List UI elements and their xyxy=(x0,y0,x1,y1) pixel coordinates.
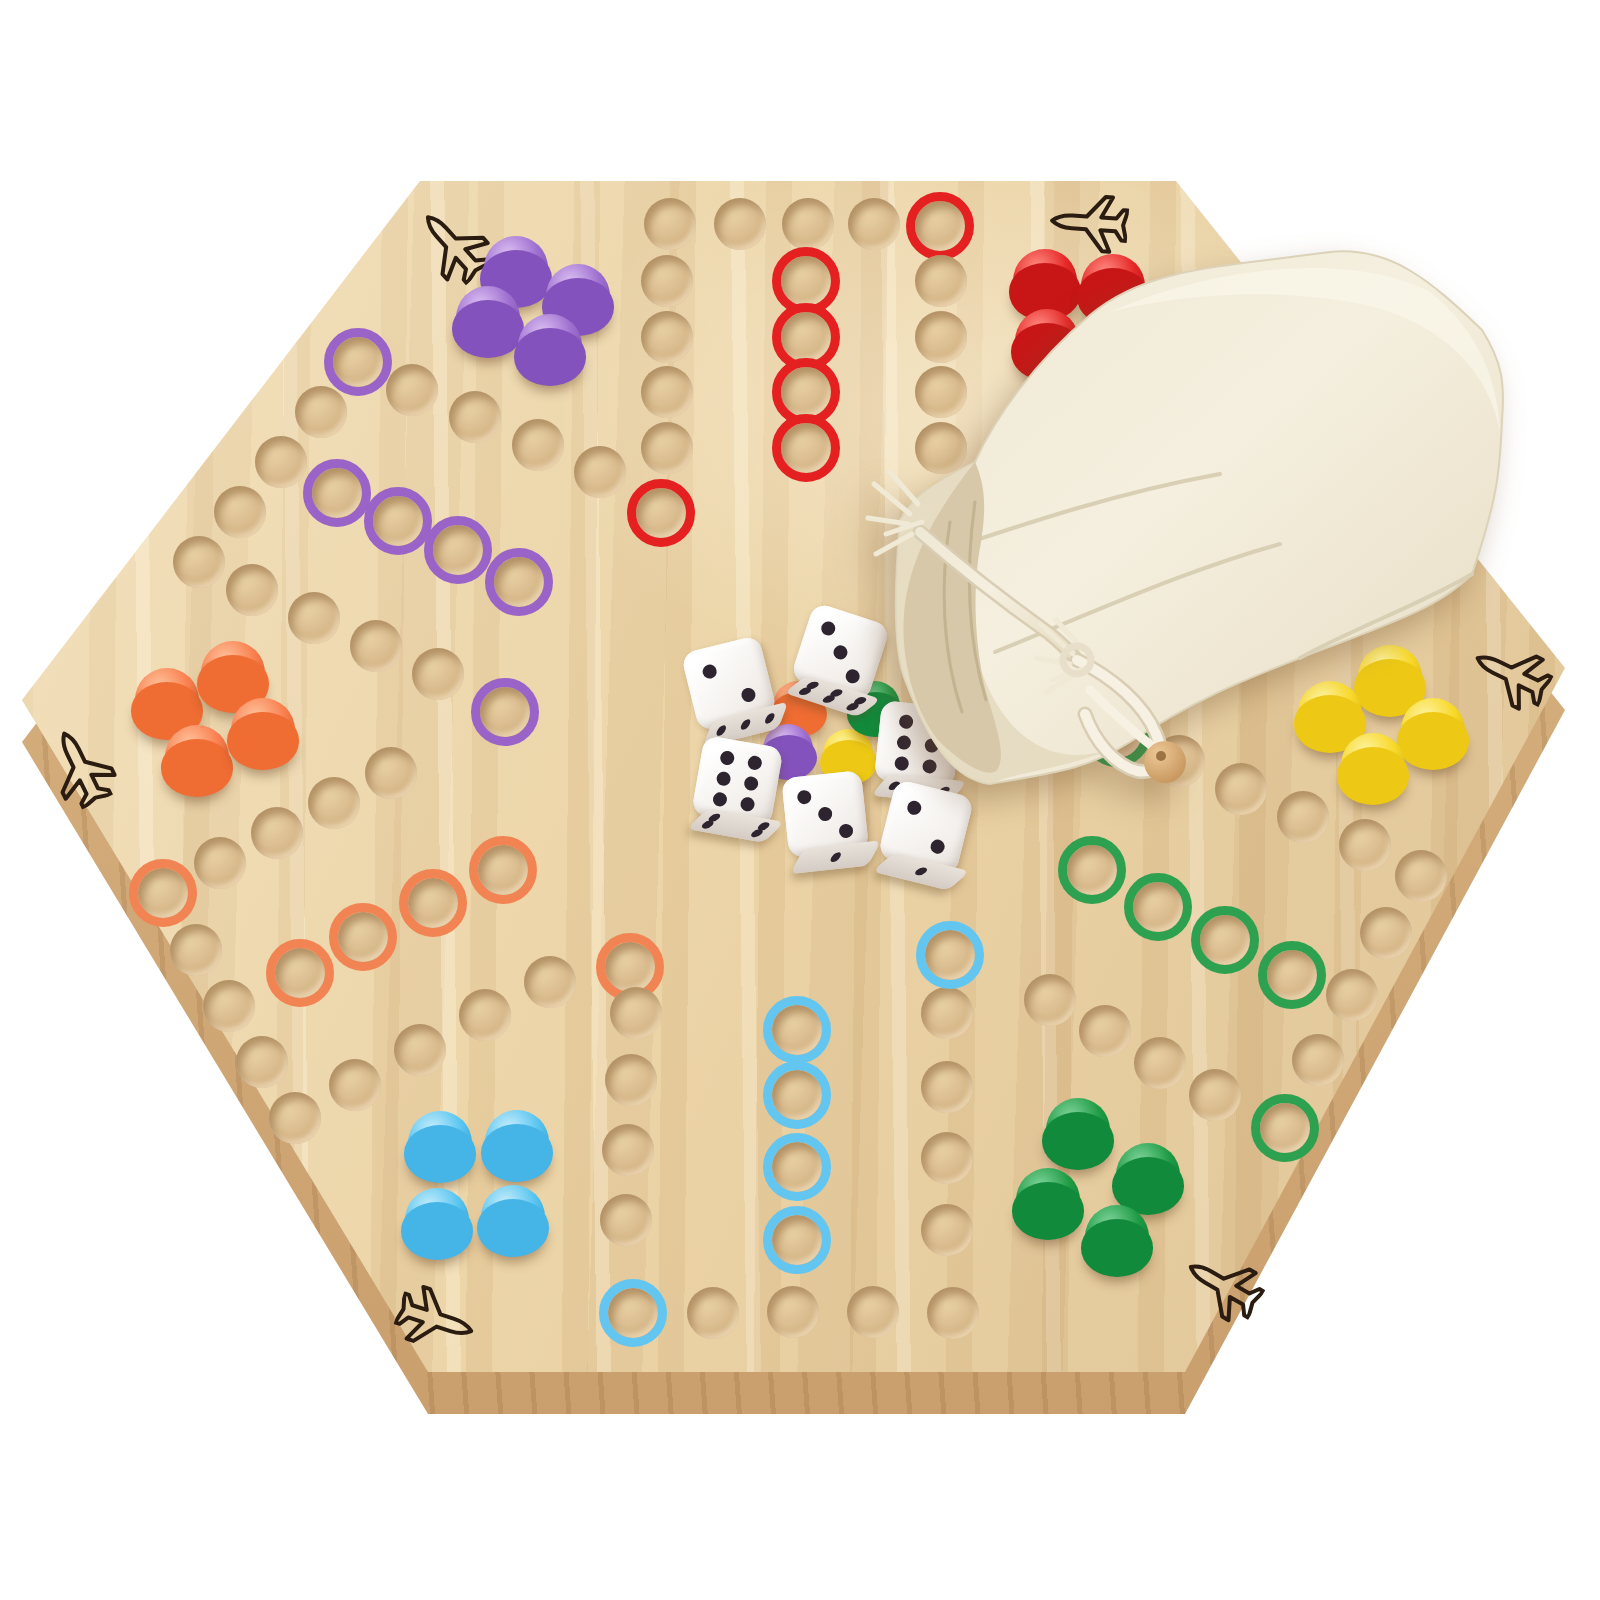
die-pip xyxy=(701,663,718,680)
die-pip xyxy=(764,712,776,724)
die-pip xyxy=(746,755,762,771)
die-pip xyxy=(748,829,764,838)
die-pip xyxy=(719,750,735,766)
bag-bead xyxy=(1144,741,1186,783)
die-pip xyxy=(712,791,728,807)
die-pip xyxy=(715,724,727,736)
cloth-bag[interactable] xyxy=(790,222,1570,882)
die-pip xyxy=(699,820,715,829)
bag-bead-hole xyxy=(1156,751,1166,761)
die-pip xyxy=(743,775,759,791)
die-pip xyxy=(739,796,755,812)
die-top-6[interactable] xyxy=(688,735,783,843)
product-photo-scene xyxy=(0,0,1600,1600)
die-pip xyxy=(716,771,732,787)
die-top-2[interactable] xyxy=(681,635,782,748)
die-pip xyxy=(740,686,757,703)
die-pip xyxy=(739,718,751,730)
